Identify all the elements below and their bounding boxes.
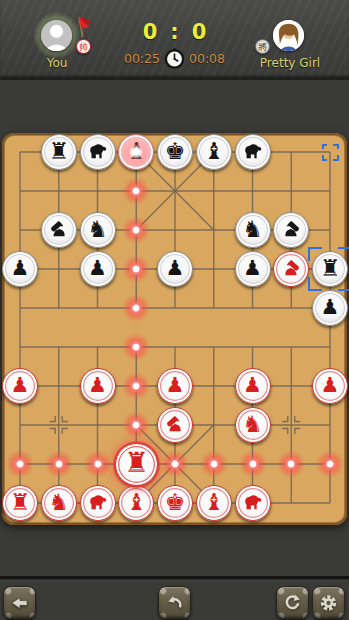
piece-red-advisor[interactable]: ♝ [196,485,232,521]
elephant-icon [88,493,108,513]
rook-icon: ♜ [48,140,69,163]
advisor-icon: ♝ [126,491,147,514]
piece-red-cannon[interactable] [273,251,309,287]
move-target-dot[interactable] [239,450,267,478]
move-target-dot[interactable] [316,450,344,478]
piece-red-knight[interactable]: ♞ [41,485,77,521]
right-player-side-badge: 將 [255,39,270,54]
pawn-icon: ♟ [243,258,262,279]
piece-black-pawn[interactable]: ♟ [80,251,116,287]
pawn-icon: ♟ [321,375,340,396]
score-right: 0 [192,20,207,44]
king-icon: ♚ [165,491,186,514]
right-player-avatar[interactable] [273,20,304,51]
piece-black-rook[interactable]: ♜ [312,251,348,287]
piece-black-rook[interactable]: ♜ [41,134,77,170]
piece-red-pawn[interactable]: ♟ [157,368,193,404]
piece-red-pawn[interactable]: ♟ [80,368,116,404]
piece-red-advisor[interactable]: ♝ [118,485,154,521]
piece-black-elephant[interactable] [235,134,271,170]
xiangqi-board[interactable]: ♜♝♚♝♞♞♟♟♟♟♜♟♟♟♟♟♟♞♜♜♞♝♚♝ [2,133,347,525]
cannon-icon [281,220,301,240]
gear-icon [319,591,338,615]
pawn-icon: ♟ [11,375,30,396]
pawn-icon: ♟ [166,258,185,279]
piece-black-advisor[interactable]: ♝ [196,134,232,170]
cannon-icon [49,220,69,240]
advisor-icon: ♝ [126,140,147,163]
settings-button[interactable] [312,586,345,619]
piece-black-knight[interactable]: ♞ [235,212,271,248]
elephant-icon [88,142,108,162]
move-target-dot[interactable] [200,450,228,478]
score-separator: : [170,20,178,44]
piece-black-cannon[interactable] [41,212,77,248]
pawn-icon: ♟ [88,258,107,279]
piece-black-elephant[interactable] [80,134,116,170]
clock-icon [164,48,185,69]
elephant-icon [243,493,263,513]
move-target-dot[interactable] [6,450,34,478]
knight-icon: ♞ [87,218,108,241]
piece-red-knight[interactable]: ♞ [235,407,271,443]
piece-red-pawn[interactable]: ♟ [2,368,38,404]
pawn-icon: ♟ [321,297,340,318]
knight-icon: ♞ [242,413,263,436]
player-info-bar: 帅 You 0:0 00:25 00:08 將 Pretty Gir [0,0,349,80]
piece-black-knight[interactable]: ♞ [80,212,116,248]
piece-red-elephant[interactable] [235,485,271,521]
cannon-icon [165,415,185,435]
piece-red-rook[interactable]: ♜ [2,485,38,521]
xiangqi-app-screen: 帅 You 0:0 00:25 00:08 將 Pretty Gir [0,0,349,620]
advisor-icon: ♝ [203,491,224,514]
piece-black-cannon[interactable] [273,212,309,248]
move-target-dot[interactable] [84,450,112,478]
piece-black-pawn[interactable]: ♟ [157,251,193,287]
undo-button[interactable] [158,586,191,619]
piece-red-elephant[interactable] [80,485,116,521]
move-target-dot[interactable] [161,450,189,478]
knight-icon: ♞ [48,491,69,514]
restart-button[interactable] [276,586,309,619]
back-arrow-icon [10,592,29,614]
pawn-icon: ♟ [88,375,107,396]
rook-icon: ♜ [124,449,149,477]
pawn-icon: ♟ [11,258,30,279]
piece-red-pawn[interactable]: ♟ [312,368,348,404]
rook-icon: ♜ [320,257,341,280]
cannon-icon [281,259,301,279]
toolbar-divider [0,576,349,581]
right-player-name: Pretty Girl [246,56,334,70]
restart-arrow-icon [283,591,302,615]
king-icon: ♚ [165,140,186,163]
piece-black-pawn[interactable]: ♟ [235,251,271,287]
move-target-dot[interactable] [45,450,73,478]
score-left: 0 [143,20,158,44]
piece-black-pawn[interactable]: ♟ [2,251,38,287]
left-player-timer: 00:25 [124,51,160,66]
piece-red-king[interactable]: ♚ [157,485,193,521]
piece-black-advisor[interactable]: ♝ [118,134,154,170]
back-button[interactable] [3,586,36,619]
piece-red-cannon[interactable] [157,407,193,443]
advisor-icon: ♝ [203,140,224,163]
piece-black-king[interactable]: ♚ [157,134,193,170]
undo-arrow-icon [165,591,184,615]
piece-black-pawn[interactable]: ♟ [312,290,348,326]
pawn-icon: ♟ [166,375,185,396]
elephant-icon [243,142,263,162]
girl-avatar-icon [273,20,304,51]
piece-red-rook[interactable]: ♜ [115,443,158,486]
piece-red-pawn[interactable]: ♟ [235,368,271,404]
knight-icon: ♞ [242,218,263,241]
right-player-timer: 00:08 [189,51,225,66]
rook-icon: ♜ [10,491,31,514]
pawn-icon: ♟ [243,375,262,396]
